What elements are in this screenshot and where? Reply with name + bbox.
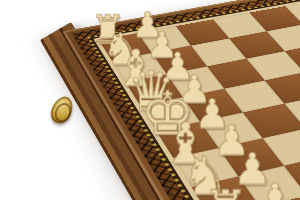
scene: ♜♞♝♛♚♝♞♜♟♟♟♟♟♟♟♟♟♟♟♟♟♟♟♟♜♞♝♛♚♝♞♜: [0, 0, 300, 200]
chess-board: ♜♞♝♛♚♝♞♜♟♟♟♟♟♟♟♟♟♟♟♟♟♟♟♟♜♞♝♛♚♝♞♜: [62, 0, 300, 200]
photo-canvas: ♜♞♝♛♚♝♞♜♟♟♟♟♟♟♟♟♟♟♟♟♟♟♟♟♜♞♝♛♚♝♞♜: [0, 0, 300, 200]
white-rook: ♜: [181, 184, 269, 200]
